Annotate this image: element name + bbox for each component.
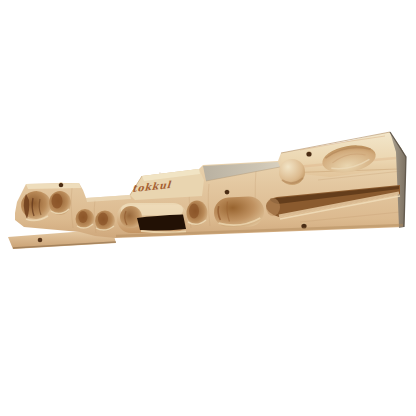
pocket-round-3 [95, 211, 115, 232]
screw-hole-strip [38, 238, 43, 243]
pocket-round-4 [187, 201, 208, 226]
left-block-top [26, 183, 81, 189]
product-photo: tokkul [0, 0, 416, 416]
pill-pocket [213, 196, 265, 229]
jug-slot [117, 203, 187, 233]
sloper-ball [279, 159, 305, 185]
hangboard-illustration: tokkul [0, 0, 416, 416]
pocket-round-1 [49, 191, 71, 215]
pocket-round-2 [76, 209, 95, 229]
